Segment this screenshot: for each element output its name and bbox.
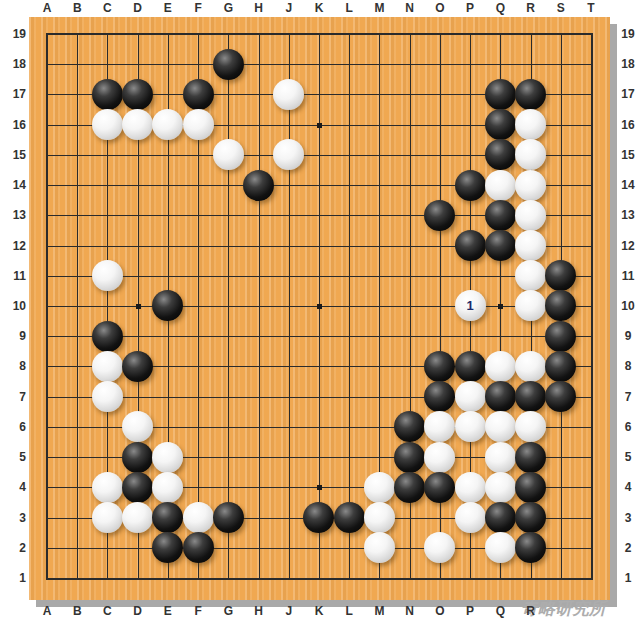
white-stone-C3[interactable]: [92, 502, 123, 533]
black-stone-D8[interactable]: [122, 351, 153, 382]
col-label-top-T: T: [581, 1, 601, 15]
black-stone-N5[interactable]: [394, 442, 425, 473]
row-label-right-2: 2: [617, 541, 639, 555]
row-label-right-15: 15: [617, 148, 639, 162]
row-label-left-10: 10: [2, 299, 26, 313]
black-stone-S9[interactable]: [545, 321, 576, 352]
row-label-right-4: 4: [617, 480, 639, 494]
white-stone-P3[interactable]: [455, 502, 486, 533]
col-label-top-R: R: [521, 1, 541, 15]
black-stone-G18[interactable]: [213, 49, 244, 80]
white-stone-C16[interactable]: [92, 109, 123, 140]
col-label-bottom-A: A: [37, 604, 57, 618]
row-label-right-5: 5: [617, 450, 639, 464]
col-label-bottom-C: C: [97, 604, 117, 618]
col-label-top-S: S: [551, 1, 571, 15]
black-stone-R4[interactable]: [515, 472, 546, 503]
white-stone-R12[interactable]: [515, 230, 546, 261]
white-stone-P4[interactable]: [455, 472, 486, 503]
row-label-left-1: 1: [2, 571, 26, 585]
row-label-left-8: 8: [2, 359, 26, 373]
white-stone-P6[interactable]: [455, 411, 486, 442]
white-stone-F3[interactable]: [183, 502, 214, 533]
row-label-right-10: 10: [617, 299, 639, 313]
row-label-right-6: 6: [617, 420, 639, 434]
col-label-bottom-N: N: [400, 604, 420, 618]
star-point: [498, 304, 503, 309]
row-label-right-8: 8: [617, 359, 639, 373]
col-label-bottom-D: D: [128, 604, 148, 618]
white-stone-G15[interactable]: [213, 139, 244, 170]
row-label-right-16: 16: [617, 118, 639, 132]
black-stone-O13[interactable]: [424, 200, 455, 231]
row-label-left-12: 12: [2, 239, 26, 253]
black-stone-R5[interactable]: [515, 442, 546, 473]
star-point: [136, 304, 141, 309]
row-label-right-14: 14: [617, 178, 639, 192]
white-stone-E4[interactable]: [152, 472, 183, 503]
black-stone-S8[interactable]: [545, 351, 576, 382]
row-label-left-7: 7: [2, 390, 26, 404]
black-stone-Q3[interactable]: [485, 502, 516, 533]
row-label-left-16: 16: [2, 118, 26, 132]
white-stone-M4[interactable]: [364, 472, 395, 503]
white-stone-C11[interactable]: [92, 260, 123, 291]
black-stone-F17[interactable]: [183, 79, 214, 110]
col-label-bottom-R: R: [521, 604, 541, 618]
col-label-top-K: K: [309, 1, 329, 15]
row-label-left-3: 3: [2, 511, 26, 525]
row-label-left-13: 13: [2, 208, 26, 222]
white-stone-R14[interactable]: [515, 170, 546, 201]
col-label-top-P: P: [460, 1, 480, 15]
col-label-bottom-F: F: [188, 604, 208, 618]
col-label-top-B: B: [67, 1, 87, 15]
row-label-right-12: 12: [617, 239, 639, 253]
col-label-top-E: E: [158, 1, 178, 15]
white-stone-Q8[interactable]: [485, 351, 516, 382]
row-label-left-14: 14: [2, 178, 26, 192]
row-label-right-19: 19: [617, 27, 639, 41]
row-label-left-17: 17: [2, 87, 26, 101]
white-stone-R8[interactable]: [515, 351, 546, 382]
black-stone-L3[interactable]: [334, 502, 365, 533]
col-label-top-M: M: [369, 1, 389, 15]
black-stone-G3[interactable]: [213, 502, 244, 533]
col-label-bottom-L: L: [339, 604, 359, 618]
black-stone-P8[interactable]: [455, 351, 486, 382]
black-stone-C9[interactable]: [92, 321, 123, 352]
white-stone-C7[interactable]: [92, 381, 123, 412]
col-label-top-J: J: [279, 1, 299, 15]
row-label-left-15: 15: [2, 148, 26, 162]
star-point: [317, 304, 322, 309]
row-label-left-6: 6: [2, 420, 26, 434]
col-label-top-O: O: [430, 1, 450, 15]
row-label-right-17: 17: [617, 87, 639, 101]
white-stone-P7[interactable]: [455, 381, 486, 412]
white-stone-P10[interactable]: [455, 290, 486, 321]
col-label-top-A: A: [37, 1, 57, 15]
black-stone-H14[interactable]: [243, 170, 274, 201]
black-stone-Q16[interactable]: [485, 109, 516, 140]
row-label-left-2: 2: [2, 541, 26, 555]
col-label-top-H: H: [249, 1, 269, 15]
col-label-top-D: D: [128, 1, 148, 15]
row-label-left-19: 19: [2, 27, 26, 41]
col-label-top-C: C: [97, 1, 117, 15]
white-stone-Q2[interactable]: [485, 532, 516, 563]
black-stone-N4[interactable]: [394, 472, 425, 503]
black-stone-D4[interactable]: [122, 472, 153, 503]
black-stone-C17[interactable]: [92, 79, 123, 110]
star-point: [317, 485, 322, 490]
white-stone-O5[interactable]: [424, 442, 455, 473]
black-stone-R7[interactable]: [515, 381, 546, 412]
black-stone-Q15[interactable]: [485, 139, 516, 170]
white-stone-Q4[interactable]: [485, 472, 516, 503]
col-label-top-F: F: [188, 1, 208, 15]
white-stone-Q14[interactable]: [485, 170, 516, 201]
row-label-left-4: 4: [2, 480, 26, 494]
col-label-bottom-P: P: [460, 604, 480, 618]
col-label-top-N: N: [400, 1, 420, 15]
black-stone-Q13[interactable]: [485, 200, 516, 231]
white-stone-M2[interactable]: [364, 532, 395, 563]
star-point: [317, 123, 322, 128]
black-stone-Q12[interactable]: [485, 230, 516, 261]
col-label-top-L: L: [339, 1, 359, 15]
col-label-bottom-O: O: [430, 604, 450, 618]
row-label-left-18: 18: [2, 57, 26, 71]
white-stone-C4[interactable]: [92, 472, 123, 503]
white-stone-R16[interactable]: [515, 109, 546, 140]
row-label-right-11: 11: [617, 269, 639, 283]
row-label-left-9: 9: [2, 329, 26, 343]
white-stone-C8[interactable]: [92, 351, 123, 382]
col-label-bottom-J: J: [279, 604, 299, 618]
black-stone-R17[interactable]: [515, 79, 546, 110]
row-label-right-3: 3: [617, 511, 639, 525]
col-label-bottom-K: K: [309, 604, 329, 618]
row-label-right-13: 13: [617, 208, 639, 222]
col-label-bottom-E: E: [158, 604, 178, 618]
black-stone-F2[interactable]: [183, 532, 214, 563]
black-stone-D17[interactable]: [122, 79, 153, 110]
black-stone-D5[interactable]: [122, 442, 153, 473]
black-stone-P14[interactable]: [455, 170, 486, 201]
col-label-bottom-M: M: [369, 604, 389, 618]
col-label-bottom-G: G: [218, 604, 238, 618]
row-label-left-11: 11: [2, 269, 26, 283]
white-stone-Q6[interactable]: [485, 411, 516, 442]
black-stone-Q7[interactable]: [485, 381, 516, 412]
white-stone-J17[interactable]: [273, 79, 304, 110]
white-stone-E5[interactable]: [152, 442, 183, 473]
col-label-top-G: G: [218, 1, 238, 15]
col-label-bottom-B: B: [67, 604, 87, 618]
row-label-right-7: 7: [617, 390, 639, 404]
white-stone-F16[interactable]: [183, 109, 214, 140]
white-stone-Q5[interactable]: [485, 442, 516, 473]
col-label-bottom-Q: Q: [490, 604, 510, 618]
black-stone-O4[interactable]: [424, 472, 455, 503]
white-stone-R13[interactable]: [515, 200, 546, 231]
black-stone-R3[interactable]: [515, 502, 546, 533]
black-stone-Q17[interactable]: [485, 79, 516, 110]
white-stone-D3[interactable]: [122, 502, 153, 533]
col-label-bottom-H: H: [249, 604, 269, 618]
row-label-right-9: 9: [617, 329, 639, 343]
row-label-right-18: 18: [617, 57, 639, 71]
row-label-left-5: 5: [2, 450, 26, 464]
row-label-right-1: 1: [617, 571, 639, 585]
black-stone-P12[interactable]: [455, 230, 486, 261]
go-app-screen: 奇略研究所 1ABCDEFGHJKLMNOPQRSTABCDEFGHJKLMNO…: [0, 0, 640, 619]
col-label-top-Q: Q: [490, 1, 510, 15]
white-stone-M3[interactable]: [364, 502, 395, 533]
